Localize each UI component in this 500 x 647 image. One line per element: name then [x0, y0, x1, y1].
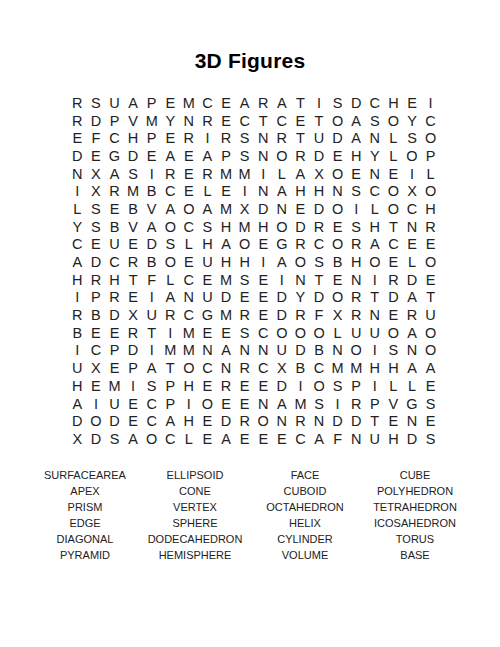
grid-cell[interactable]: L	[273, 165, 292, 183]
grid-cell[interactable]: M	[217, 200, 236, 218]
grid-cell[interactable]: O	[328, 236, 347, 254]
grid-cell[interactable]: E	[254, 306, 273, 324]
grid-cell[interactable]: S	[366, 112, 385, 130]
grid-cell[interactable]: A	[142, 218, 161, 236]
grid-cell[interactable]: A	[217, 342, 236, 360]
grid-cell[interactable]: O	[142, 430, 161, 448]
grid-cell[interactable]: P	[161, 377, 180, 395]
grid-cell[interactable]: E	[161, 94, 180, 112]
grid-cell[interactable]: C	[105, 253, 124, 271]
grid-cell[interactable]: B	[105, 218, 124, 236]
grid-cell[interactable]: I	[328, 395, 347, 413]
grid-cell[interactable]: P	[161, 395, 180, 413]
grid-cell[interactable]: N	[403, 218, 422, 236]
grid-cell[interactable]: C	[198, 359, 217, 377]
grid-cell[interactable]: S	[421, 395, 440, 413]
grid-cell[interactable]: N	[310, 412, 329, 430]
grid-cell[interactable]: O	[161, 218, 180, 236]
grid-cell[interactable]: B	[87, 306, 106, 324]
grid-cell[interactable]: L	[403, 377, 422, 395]
grid-cell[interactable]: C	[254, 324, 273, 342]
grid-cell[interactable]: S	[235, 129, 254, 147]
grid-cell[interactable]: E	[180, 165, 199, 183]
grid-cell[interactable]: R	[403, 306, 422, 324]
grid-cell[interactable]: I	[347, 200, 366, 218]
grid-cell[interactable]: A	[142, 359, 161, 377]
grid-cell[interactable]: U	[142, 306, 161, 324]
grid-cell[interactable]: E	[198, 412, 217, 430]
grid-cell[interactable]: R	[68, 306, 87, 324]
grid-cell[interactable]: A	[403, 359, 422, 377]
grid-cell[interactable]: O	[328, 112, 347, 130]
grid-cell[interactable]: T	[310, 271, 329, 289]
grid-cell[interactable]: E	[254, 430, 273, 448]
grid-cell[interactable]: L	[384, 377, 403, 395]
grid-cell[interactable]: M	[105, 377, 124, 395]
grid-cell[interactable]: V	[142, 200, 161, 218]
grid-cell[interactable]: O	[273, 218, 292, 236]
grid-cell[interactable]: E	[68, 129, 87, 147]
grid-cell[interactable]: U	[366, 324, 385, 342]
grid-cell[interactable]: A	[198, 147, 217, 165]
grid-cell[interactable]: E	[198, 430, 217, 448]
grid-cell[interactable]: T	[310, 112, 329, 130]
grid-cell[interactable]: X	[310, 165, 329, 183]
grid-cell[interactable]: I	[273, 271, 292, 289]
grid-cell[interactable]: A	[217, 236, 236, 254]
grid-cell[interactable]: T	[366, 412, 385, 430]
grid-cell[interactable]: R	[235, 359, 254, 377]
grid-cell[interactable]: S	[124, 165, 143, 183]
grid-cell[interactable]: Y	[366, 147, 385, 165]
grid-cell[interactable]: E	[161, 129, 180, 147]
grid-cell[interactable]: S	[161, 236, 180, 254]
grid-cell[interactable]: D	[87, 112, 106, 130]
grid-cell[interactable]: E	[328, 147, 347, 165]
grid-cell[interactable]: P	[347, 377, 366, 395]
grid-cell[interactable]: N	[254, 129, 273, 147]
grid-cell[interactable]: R	[421, 218, 440, 236]
grid-cell[interactable]: R	[347, 236, 366, 254]
grid-cell[interactable]: D	[310, 289, 329, 307]
grid-cell[interactable]: O	[273, 147, 292, 165]
grid-cell[interactable]: T	[254, 112, 273, 130]
grid-cell[interactable]: N	[273, 412, 292, 430]
grid-cell[interactable]: G	[105, 147, 124, 165]
grid-cell[interactable]: C	[180, 271, 199, 289]
grid-cell[interactable]: S	[87, 200, 106, 218]
grid-cell[interactable]: T	[291, 129, 310, 147]
grid-cell[interactable]: L	[180, 236, 199, 254]
grid-cell[interactable]: Y	[68, 218, 87, 236]
grid-cell[interactable]: N	[68, 165, 87, 183]
grid-cell[interactable]: E	[180, 147, 199, 165]
grid-cell[interactable]: E	[254, 377, 273, 395]
grid-cell[interactable]: E	[291, 112, 310, 130]
grid-cell[interactable]: F	[142, 271, 161, 289]
grid-cell[interactable]: A	[161, 200, 180, 218]
grid-cell[interactable]: D	[217, 289, 236, 307]
grid-cell[interactable]: S	[347, 182, 366, 200]
grid-cell[interactable]: A	[161, 147, 180, 165]
grid-cell[interactable]: E	[87, 236, 106, 254]
grid-cell[interactable]: R	[310, 218, 329, 236]
grid-cell[interactable]: C	[403, 200, 422, 218]
grid-cell[interactable]: I	[403, 165, 422, 183]
grid-cell[interactable]: R	[291, 412, 310, 430]
grid-cell[interactable]: H	[217, 218, 236, 236]
grid-cell[interactable]: E	[124, 412, 143, 430]
grid-cell[interactable]: R	[68, 112, 87, 130]
grid-cell[interactable]: A	[124, 94, 143, 112]
grid-cell[interactable]: U	[273, 342, 292, 360]
grid-cell[interactable]: H	[180, 377, 199, 395]
grid-cell[interactable]: I	[254, 253, 273, 271]
grid-cell[interactable]: C	[180, 218, 199, 236]
grid-cell[interactable]: M	[180, 324, 199, 342]
grid-cell[interactable]: D	[217, 412, 236, 430]
grid-cell[interactable]: D	[273, 377, 292, 395]
grid-cell[interactable]: H	[68, 271, 87, 289]
grid-cell[interactable]: U	[347, 324, 366, 342]
grid-cell[interactable]: C	[161, 182, 180, 200]
grid-cell[interactable]: D	[291, 342, 310, 360]
grid-cell[interactable]: S	[87, 94, 106, 112]
grid-cell[interactable]: S	[105, 430, 124, 448]
grid-cell[interactable]: O	[421, 324, 440, 342]
grid-cell[interactable]: N	[217, 359, 236, 377]
grid-cell[interactable]: R	[105, 182, 124, 200]
grid-cell[interactable]: I	[310, 94, 329, 112]
grid-cell[interactable]: L	[68, 200, 87, 218]
grid-cell[interactable]: M	[235, 218, 254, 236]
grid-cell[interactable]: H	[217, 253, 236, 271]
grid-cell[interactable]: I	[161, 324, 180, 342]
grid-cell[interactable]: D	[347, 94, 366, 112]
grid-cell[interactable]: U	[366, 430, 385, 448]
grid-cell[interactable]: H	[347, 147, 366, 165]
grid-cell[interactable]: U	[198, 289, 217, 307]
grid-cell[interactable]: H	[68, 377, 87, 395]
grid-cell[interactable]: P	[142, 129, 161, 147]
grid-cell[interactable]: E	[235, 430, 254, 448]
grid-cell[interactable]: E	[384, 165, 403, 183]
grid-cell[interactable]: E	[217, 395, 236, 413]
grid-cell[interactable]: M	[217, 306, 236, 324]
grid-cell[interactable]: S	[328, 94, 347, 112]
grid-cell[interactable]: U	[105, 395, 124, 413]
grid-cell[interactable]: O	[384, 182, 403, 200]
grid-cell[interactable]: T	[161, 359, 180, 377]
grid-cell[interactable]: B	[291, 359, 310, 377]
grid-cell[interactable]: R	[87, 271, 106, 289]
grid-cell[interactable]: E	[421, 271, 440, 289]
grid-cell[interactable]: A	[273, 395, 292, 413]
grid-cell[interactable]: A	[161, 412, 180, 430]
grid-cell[interactable]: E	[291, 200, 310, 218]
grid-cell[interactable]: R	[124, 324, 143, 342]
grid-cell[interactable]: O	[180, 200, 199, 218]
grid-cell[interactable]: R	[235, 412, 254, 430]
grid-cell[interactable]: E	[328, 271, 347, 289]
grid-cell[interactable]: E	[421, 377, 440, 395]
grid-cell[interactable]: O	[87, 412, 106, 430]
grid-cell[interactable]: E	[87, 324, 106, 342]
grid-cell[interactable]: O	[235, 236, 254, 254]
grid-cell[interactable]: R	[124, 253, 143, 271]
grid-cell[interactable]: C	[198, 94, 217, 112]
grid-cell[interactable]: N	[198, 342, 217, 360]
grid-cell[interactable]: E	[124, 289, 143, 307]
grid-cell[interactable]: L	[198, 182, 217, 200]
grid-cell[interactable]: H	[384, 94, 403, 112]
grid-cell[interactable]: E	[235, 395, 254, 413]
grid-cell[interactable]: X	[68, 430, 87, 448]
grid-cell[interactable]: S	[235, 271, 254, 289]
grid-cell[interactable]: L	[328, 324, 347, 342]
grid-cell[interactable]: N	[403, 412, 422, 430]
grid-cell[interactable]: A	[403, 289, 422, 307]
grid-cell[interactable]: T	[366, 289, 385, 307]
grid-cell[interactable]: O	[180, 359, 199, 377]
grid-cell[interactable]: E	[235, 289, 254, 307]
grid-cell[interactable]: E	[198, 377, 217, 395]
grid-cell[interactable]: M	[161, 342, 180, 360]
grid-cell[interactable]: E	[87, 377, 106, 395]
grid-cell[interactable]: D	[254, 200, 273, 218]
grid-cell[interactable]: I	[87, 395, 106, 413]
grid-cell[interactable]: C	[421, 112, 440, 130]
grid-cell[interactable]: N	[254, 342, 273, 360]
grid-cell[interactable]: U	[310, 129, 329, 147]
grid-cell[interactable]: D	[328, 412, 347, 430]
grid-cell[interactable]: N	[254, 395, 273, 413]
grid-cell[interactable]: L	[384, 129, 403, 147]
grid-cell[interactable]: D	[68, 147, 87, 165]
grid-cell[interactable]: U	[105, 94, 124, 112]
grid-cell[interactable]: C	[310, 359, 329, 377]
grid-cell[interactable]: E	[254, 271, 273, 289]
grid-cell[interactable]: E	[180, 182, 199, 200]
grid-cell[interactable]: M	[217, 271, 236, 289]
grid-cell[interactable]: H	[366, 218, 385, 236]
grid-cell[interactable]: R	[291, 306, 310, 324]
grid-cell[interactable]: R	[180, 129, 199, 147]
grid-cell[interactable]: N	[180, 112, 199, 130]
grid-cell[interactable]: N	[347, 271, 366, 289]
grid-cell[interactable]: B	[328, 253, 347, 271]
grid-cell[interactable]: O	[328, 200, 347, 218]
grid-cell[interactable]: D	[291, 218, 310, 236]
grid-cell[interactable]: C	[273, 112, 292, 130]
grid-cell[interactable]: D	[328, 129, 347, 147]
grid-cell[interactable]: R	[198, 165, 217, 183]
grid-cell[interactable]: O	[254, 412, 273, 430]
grid-cell[interactable]: R	[291, 147, 310, 165]
grid-cell[interactable]: E	[105, 324, 124, 342]
grid-cell[interactable]: H	[384, 359, 403, 377]
grid-cell[interactable]: G	[198, 306, 217, 324]
grid-cell[interactable]: P	[124, 359, 143, 377]
grid-cell[interactable]: O	[291, 324, 310, 342]
grid-cell[interactable]: L	[180, 430, 199, 448]
grid-cell[interactable]: U	[68, 359, 87, 377]
grid-cell[interactable]: C	[180, 306, 199, 324]
grid-cell[interactable]: E	[105, 359, 124, 377]
grid-cell[interactable]: E	[254, 289, 273, 307]
grid-cell[interactable]: X	[328, 306, 347, 324]
grid-cell[interactable]: G	[403, 395, 422, 413]
grid-cell[interactable]: U	[105, 236, 124, 254]
grid-cell[interactable]: H	[310, 182, 329, 200]
grid-cell[interactable]: A	[68, 395, 87, 413]
grid-cell[interactable]: M	[347, 359, 366, 377]
grid-cell[interactable]: C	[384, 236, 403, 254]
grid-cell[interactable]: O	[384, 324, 403, 342]
grid-cell[interactable]: D	[68, 412, 87, 430]
grid-cell[interactable]: E	[384, 412, 403, 430]
grid-cell[interactable]: D	[310, 147, 329, 165]
grid-cell[interactable]: E	[87, 147, 106, 165]
grid-cell[interactable]: H	[421, 200, 440, 218]
grid-cell[interactable]: C	[161, 430, 180, 448]
grid-cell[interactable]: N	[366, 165, 385, 183]
grid-cell[interactable]: E	[347, 165, 366, 183]
grid-cell[interactable]: E	[198, 324, 217, 342]
grid-cell[interactable]: S	[403, 129, 422, 147]
grid-cell[interactable]: M	[235, 165, 254, 183]
grid-cell[interactable]: R	[347, 395, 366, 413]
grid-cell[interactable]: D	[384, 289, 403, 307]
grid-cell[interactable]: T	[124, 271, 143, 289]
grid-cell[interactable]: H	[347, 253, 366, 271]
grid-cell[interactable]: O	[403, 147, 422, 165]
grid-cell[interactable]: E	[124, 395, 143, 413]
grid-cell[interactable]: A	[421, 359, 440, 377]
grid-cell[interactable]: E	[217, 112, 236, 130]
grid-cell[interactable]: B	[142, 182, 161, 200]
grid-cell[interactable]: E	[217, 182, 236, 200]
grid-cell[interactable]: S	[310, 253, 329, 271]
grid-cell[interactable]: N	[328, 342, 347, 360]
grid-cell[interactable]: I	[142, 289, 161, 307]
grid-cell[interactable]: Y	[291, 289, 310, 307]
grid-cell[interactable]: R	[254, 94, 273, 112]
grid-cell[interactable]: M	[180, 94, 199, 112]
grid-cell[interactable]: I	[366, 342, 385, 360]
grid-cell[interactable]: P	[217, 147, 236, 165]
grid-cell[interactable]: R	[384, 271, 403, 289]
grid-cell[interactable]: C	[310, 236, 329, 254]
grid-cell[interactable]: H	[235, 253, 254, 271]
grid-cell[interactable]: N	[180, 289, 199, 307]
grid-cell[interactable]: D	[87, 430, 106, 448]
grid-cell[interactable]: D	[87, 253, 106, 271]
grid-cell[interactable]: E	[328, 218, 347, 236]
grid-cell[interactable]: N	[273, 200, 292, 218]
grid-cell[interactable]: A	[366, 236, 385, 254]
grid-cell[interactable]: C	[68, 236, 87, 254]
grid-cell[interactable]: C	[366, 182, 385, 200]
grid-cell[interactable]: O	[328, 289, 347, 307]
grid-cell[interactable]: E	[198, 271, 217, 289]
grid-cell[interactable]: O	[421, 253, 440, 271]
grid-cell[interactable]: O	[310, 377, 329, 395]
grid-cell[interactable]: D	[403, 430, 422, 448]
grid-cell[interactable]: X	[273, 359, 292, 377]
grid-cell[interactable]: T	[421, 289, 440, 307]
grid-cell[interactable]: N	[235, 342, 254, 360]
grid-cell[interactable]: E	[254, 236, 273, 254]
grid-cell[interactable]: S	[347, 218, 366, 236]
grid-cell[interactable]: D	[273, 306, 292, 324]
grid-cell[interactable]: X	[87, 182, 106, 200]
grid-cell[interactable]: N	[366, 129, 385, 147]
grid-cell[interactable]: E	[180, 253, 199, 271]
grid-cell[interactable]: E	[217, 324, 236, 342]
grid-cell[interactable]: E	[421, 412, 440, 430]
grid-cell[interactable]: D	[310, 200, 329, 218]
grid-cell[interactable]: L	[421, 165, 440, 183]
grid-cell[interactable]: X	[87, 165, 106, 183]
grid-cell[interactable]: M	[124, 182, 143, 200]
grid-cell[interactable]: A	[273, 94, 292, 112]
grid-cell[interactable]: E	[217, 94, 236, 112]
grid-cell[interactable]: I	[291, 377, 310, 395]
grid-cell[interactable]: L	[384, 147, 403, 165]
grid-cell[interactable]: M	[142, 112, 161, 130]
grid-cell[interactable]: F	[310, 306, 329, 324]
grid-cell[interactable]: R	[235, 306, 254, 324]
grid-cell[interactable]: I	[68, 342, 87, 360]
grid-cell[interactable]: A	[291, 165, 310, 183]
grid-cell[interactable]: Y	[403, 112, 422, 130]
grid-cell[interactable]: S	[421, 430, 440, 448]
grid-cell[interactable]: A	[124, 430, 143, 448]
grid-cell[interactable]: R	[347, 306, 366, 324]
grid-cell[interactable]: S	[198, 218, 217, 236]
grid-cell[interactable]: T	[291, 94, 310, 112]
grid-cell[interactable]: A	[217, 430, 236, 448]
grid-cell[interactable]: V	[384, 395, 403, 413]
grid-cell[interactable]: C	[254, 359, 273, 377]
grid-cell[interactable]: C	[142, 412, 161, 430]
grid-cell[interactable]: R	[161, 306, 180, 324]
grid-cell[interactable]: S	[235, 147, 254, 165]
grid-cell[interactable]: D	[105, 306, 124, 324]
grid-cell[interactable]: I	[366, 271, 385, 289]
grid-cell[interactable]: R	[198, 112, 217, 130]
grid-cell[interactable]: R	[105, 289, 124, 307]
grid-cell[interactable]: C	[366, 94, 385, 112]
grid-cell[interactable]: P	[105, 112, 124, 130]
grid-cell[interactable]: T	[142, 324, 161, 342]
grid-cell[interactable]: L	[366, 200, 385, 218]
grid-cell[interactable]: P	[87, 289, 106, 307]
grid-cell[interactable]: N	[347, 430, 366, 448]
grid-cell[interactable]: O	[310, 324, 329, 342]
grid-cell[interactable]: M	[328, 359, 347, 377]
grid-cell[interactable]: R	[217, 377, 236, 395]
grid-cell[interactable]: A	[105, 165, 124, 183]
grid-cell[interactable]: V	[124, 112, 143, 130]
grid-cell[interactable]: I	[124, 377, 143, 395]
grid-cell[interactable]: V	[124, 218, 143, 236]
grid-cell[interactable]: T	[384, 218, 403, 236]
grid-cell[interactable]: E	[384, 306, 403, 324]
grid-cell[interactable]: E	[384, 253, 403, 271]
grid-cell[interactable]: D	[403, 271, 422, 289]
